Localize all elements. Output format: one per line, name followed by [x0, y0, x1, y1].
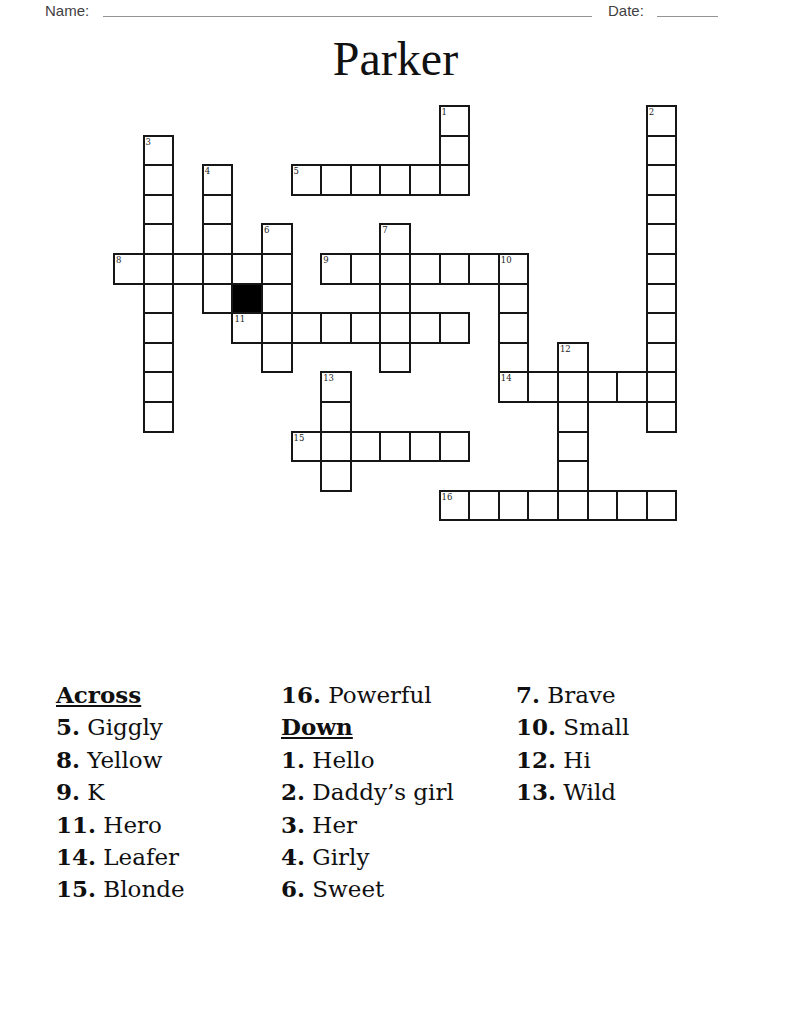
clue-number: 8.: [56, 746, 80, 773]
cell-number-8: 8: [116, 255, 121, 265]
clue-number: 16.: [281, 681, 321, 708]
cell-number-4: 4: [205, 166, 210, 176]
grid-cell-r1c18[interactable]: [646, 135, 678, 167]
across-heading: Across: [56, 679, 185, 711]
grid-cell-r6c1[interactable]: [143, 283, 175, 315]
grid-cell-r5c11[interactable]: [439, 253, 471, 285]
grid-cell-r9c13[interactable]: 14: [498, 371, 530, 403]
grid-cell-r13c14[interactable]: [527, 490, 559, 522]
grid-cell-r2c11[interactable]: [439, 164, 471, 196]
grid-cell-r9c18[interactable]: [646, 371, 678, 403]
grid-cell-r8c1[interactable]: [143, 342, 175, 374]
grid-cell-r6c3[interactable]: [202, 283, 234, 315]
grid-cell-r11c11[interactable]: [439, 431, 471, 463]
black-cell: [231, 283, 263, 315]
clue-number: 15.: [56, 875, 96, 902]
grid-cell-r11c15[interactable]: [557, 431, 589, 463]
grid-cell-r1c1[interactable]: 3: [143, 135, 175, 167]
grid-cell-r11c10[interactable]: [409, 431, 441, 463]
clues-column-right: 7. Brave10. Small12. Hi13. Wild: [516, 679, 629, 809]
clues-column-across: Across5. Giggly8. Yellow9. K11. Hero14. …: [56, 679, 185, 906]
grid-cell-r11c8[interactable]: [350, 431, 382, 463]
clue-number: 12.: [516, 746, 556, 773]
grid-cell-r3c3[interactable]: [202, 194, 234, 226]
grid-cell-r10c18[interactable]: [646, 401, 678, 433]
grid-cell-r2c3[interactable]: 4: [202, 164, 234, 196]
grid-cell-r8c18[interactable]: [646, 342, 678, 374]
cell-number-3: 3: [146, 137, 151, 147]
grid-cell-r2c10[interactable]: [409, 164, 441, 196]
date-label: Date:: [608, 2, 644, 19]
grid-cell-r2c7[interactable]: [320, 164, 352, 196]
cell-number-12: 12: [560, 344, 571, 354]
grid-cell-r5c8[interactable]: [350, 253, 382, 285]
down-heading: Down: [281, 711, 454, 743]
grid-cell-r10c1[interactable]: [143, 401, 175, 433]
grid-cell-r9c15[interactable]: [557, 371, 589, 403]
grid-cell-r1c11[interactable]: [439, 135, 471, 167]
clue-down-6: 6. Sweet: [281, 873, 454, 905]
clue-across-8: 8. Yellow: [56, 744, 185, 776]
clue-number: 10.: [516, 713, 556, 740]
grid-cell-r13c16[interactable]: [587, 490, 619, 522]
grid-cell-r5c12[interactable]: [468, 253, 500, 285]
puzzle-title: Parker: [0, 31, 791, 86]
grid-cell-r5c7[interactable]: 9: [320, 253, 352, 285]
clue-number: 7.: [516, 681, 540, 708]
grid-cell-r13c13[interactable]: [498, 490, 530, 522]
grid-cell-r6c13[interactable]: [498, 283, 530, 315]
grid-cell-r9c16[interactable]: [587, 371, 619, 403]
grid-cell-r4c5[interactable]: 6: [261, 223, 293, 255]
name-blank-line[interactable]: [103, 16, 592, 17]
cell-number-13: 13: [323, 373, 334, 383]
clue-number: 6.: [281, 875, 305, 902]
date-blank-line[interactable]: [657, 16, 718, 17]
clue-down-10: 10. Small: [516, 711, 629, 743]
cell-number-15: 15: [294, 433, 305, 443]
clue-across-16: 16. Powerful: [281, 679, 454, 711]
cell-number-9: 9: [323, 255, 328, 265]
grid-cell-r9c1[interactable]: [143, 371, 175, 403]
clue-down-12: 12. Hi: [516, 744, 629, 776]
grid-cell-r6c18[interactable]: [646, 283, 678, 315]
clue-number: 5.: [56, 713, 80, 740]
grid-cell-r11c7[interactable]: [320, 431, 352, 463]
cell-number-6: 6: [264, 225, 269, 235]
grid-cell-r7c18[interactable]: [646, 312, 678, 344]
grid-cell-r12c7[interactable]: [320, 460, 352, 492]
grid-cell-r5c0[interactable]: 8: [113, 253, 145, 285]
grid-cell-r6c9[interactable]: [379, 283, 411, 315]
clues-column-middle: 16. PowerfulDown1. Hello2. Daddy’s girl3…: [281, 679, 454, 906]
clue-down-3: 3. Her: [281, 809, 454, 841]
clue-across-5: 5. Giggly: [56, 711, 185, 743]
name-label: Name:: [45, 2, 89, 19]
grid-cell-r13c18[interactable]: [646, 490, 678, 522]
grid-cell-r8c15[interactable]: 12: [557, 342, 589, 374]
grid-cell-r5c1[interactable]: [143, 253, 175, 285]
clue-down-2: 2. Daddy’s girl: [281, 776, 454, 808]
grid-cell-r4c1[interactable]: [143, 223, 175, 255]
grid-cell-r7c5[interactable]: [261, 312, 293, 344]
grid-cell-r2c1[interactable]: [143, 164, 175, 196]
worksheet-page: Name: Date: Parker 123456789101112131415…: [0, 0, 791, 1024]
grid-cell-r5c2[interactable]: [172, 253, 204, 285]
grid-cell-r8c5[interactable]: [261, 342, 293, 374]
clue-down-7: 7. Brave: [516, 679, 629, 711]
grid-cell-r11c6[interactable]: 15: [291, 431, 323, 463]
clue-number: 14.: [56, 843, 96, 870]
clue-across-11: 11. Hero: [56, 809, 185, 841]
grid-cell-r5c10[interactable]: [409, 253, 441, 285]
grid-cell-r10c7[interactable]: [320, 401, 352, 433]
crossword-grid: 12345678910111213141516: [114, 106, 676, 520]
grid-cell-r7c6[interactable]: [291, 312, 323, 344]
grid-cell-r7c8[interactable]: [350, 312, 382, 344]
grid-cell-r7c11[interactable]: [439, 312, 471, 344]
clue-down-13: 13. Wild: [516, 776, 629, 808]
clue-number: 2.: [281, 778, 305, 805]
clue-down-1: 1. Hello: [281, 744, 454, 776]
grid-cell-r13c15[interactable]: [557, 490, 589, 522]
grid-cell-r13c11[interactable]: 16: [439, 490, 471, 522]
grid-cell-r7c10[interactable]: [409, 312, 441, 344]
grid-cell-r12c15[interactable]: [557, 460, 589, 492]
clue-number: 4.: [281, 843, 305, 870]
grid-cell-r3c18[interactable]: [646, 194, 678, 226]
grid-cell-r3c1[interactable]: [143, 194, 175, 226]
grid-cell-r7c7[interactable]: [320, 312, 352, 344]
grid-cell-r13c12[interactable]: [468, 490, 500, 522]
grid-cell-r7c9[interactable]: [379, 312, 411, 344]
grid-cell-r2c8[interactable]: [350, 164, 382, 196]
grid-cell-r2c9[interactable]: [379, 164, 411, 196]
grid-cell-r6c5[interactable]: [261, 283, 293, 315]
clue-number: 9.: [56, 778, 80, 805]
grid-cell-r8c13[interactable]: [498, 342, 530, 374]
grid-cell-r9c14[interactable]: [527, 371, 559, 403]
clue-number: 13.: [516, 778, 556, 805]
grid-cell-r0c18[interactable]: 2: [646, 105, 678, 137]
clue-down-4: 4. Girly: [281, 841, 454, 873]
cell-number-5: 5: [294, 166, 299, 176]
clue-across-15: 15. Blonde: [56, 873, 185, 905]
cell-number-16: 16: [442, 492, 453, 502]
grid-cell-r5c9[interactable]: [379, 253, 411, 285]
cell-number-10: 10: [501, 255, 512, 265]
grid-cell-r2c6[interactable]: 5: [291, 164, 323, 196]
grid-cell-r9c17[interactable]: [616, 371, 648, 403]
grid-cell-r5c3[interactable]: [202, 253, 234, 285]
grid-cell-r0c11[interactable]: 1: [439, 105, 471, 137]
grid-cell-r5c5[interactable]: [261, 253, 293, 285]
grid-cell-r10c15[interactable]: [557, 401, 589, 433]
grid-cell-r11c9[interactable]: [379, 431, 411, 463]
clue-number: 3.: [281, 811, 305, 838]
grid-cell-r7c13[interactable]: [498, 312, 530, 344]
clue-across-14: 14. Leafer: [56, 841, 185, 873]
cell-number-2: 2: [649, 107, 654, 117]
grid-cell-r4c3[interactable]: [202, 223, 234, 255]
grid-cell-r8c9[interactable]: [379, 342, 411, 374]
grid-cell-r9c7[interactable]: 13: [320, 371, 352, 403]
cell-number-7: 7: [382, 225, 387, 235]
grid-cell-r13c17[interactable]: [616, 490, 648, 522]
grid-cell-r5c4[interactable]: [231, 253, 263, 285]
cell-number-11: 11: [234, 314, 245, 324]
grid-cell-r5c13[interactable]: 10: [498, 253, 530, 285]
clue-number: 1.: [281, 746, 305, 773]
grid-cell-r7c1[interactable]: [143, 312, 175, 344]
grid-cell-r5c18[interactable]: [646, 253, 678, 285]
grid-cell-r4c18[interactable]: [646, 223, 678, 255]
grid-cell-r4c9[interactable]: 7: [379, 223, 411, 255]
grid-cell-r2c18[interactable]: [646, 164, 678, 196]
cell-number-14: 14: [501, 373, 512, 383]
clue-across-9: 9. K: [56, 776, 185, 808]
cell-number-1: 1: [442, 107, 447, 117]
grid-cell-r7c4[interactable]: 11: [231, 312, 263, 344]
clue-number: 11.: [56, 811, 96, 838]
